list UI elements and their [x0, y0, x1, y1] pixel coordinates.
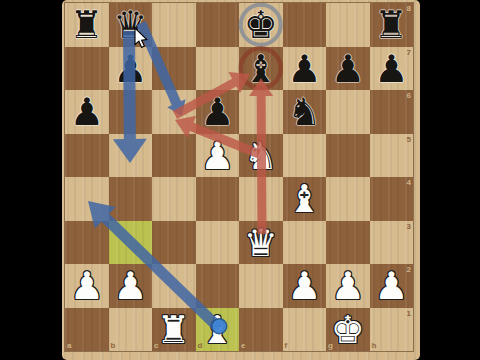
square-c2[interactable]: [152, 264, 196, 308]
piece-black-bishop-e7[interactable]: ♝: [239, 47, 283, 91]
square-h5[interactable]: 5: [370, 134, 414, 178]
square-c6[interactable]: [152, 90, 196, 134]
piece-white-king-g1[interactable]: ♚: [326, 308, 370, 352]
square-f8[interactable]: [283, 3, 327, 47]
file-label-b: b: [111, 342, 116, 350]
piece-white-pawn-d5[interactable]: ♟: [196, 134, 240, 178]
square-e2[interactable]: [239, 264, 283, 308]
square-c7[interactable]: [152, 47, 196, 91]
square-b6[interactable]: [109, 90, 153, 134]
file-label-a: a: [67, 342, 71, 350]
video-frame: 8765432abcdefg1h ♜♛♚♜♟♝♟♟♟♟♟♞♟♞♝♛♟♟♟♟♟♜♝…: [0, 0, 480, 360]
piece-white-pawn-f2[interactable]: ♟: [283, 264, 327, 308]
square-h4[interactable]: 4: [370, 177, 414, 221]
piece-black-king-e8[interactable]: ♚: [239, 3, 283, 47]
square-f5[interactable]: [283, 134, 327, 178]
piece-black-queen-b8[interactable]: ♛: [109, 3, 153, 47]
square-b1[interactable]: b: [109, 308, 153, 352]
piece-white-pawn-a2[interactable]: ♟: [65, 264, 109, 308]
piece-black-pawn-d6[interactable]: ♟: [196, 90, 240, 134]
piece-black-pawn-f7[interactable]: ♟: [283, 47, 327, 91]
file-label-f: f: [285, 342, 288, 350]
square-d2[interactable]: [196, 264, 240, 308]
square-g3[interactable]: [326, 221, 370, 265]
square-a5[interactable]: [65, 134, 109, 178]
square-g4[interactable]: [326, 177, 370, 221]
piece-white-queen-e3[interactable]: ♛: [239, 221, 283, 265]
square-c8[interactable]: [152, 3, 196, 47]
square-d8[interactable]: [196, 3, 240, 47]
piece-black-knight-f6[interactable]: ♞: [283, 90, 327, 134]
square-b4[interactable]: [109, 177, 153, 221]
square-a7[interactable]: [65, 47, 109, 91]
square-g6[interactable]: [326, 90, 370, 134]
square-h1[interactable]: 1h: [370, 308, 414, 352]
piece-white-knight-e5[interactable]: ♞: [239, 134, 283, 178]
square-a1[interactable]: a: [65, 308, 109, 352]
square-e6[interactable]: [239, 90, 283, 134]
piece-black-pawn-b7[interactable]: ♟: [109, 47, 153, 91]
piece-black-rook-a8[interactable]: ♜: [65, 3, 109, 47]
square-c5[interactable]: [152, 134, 196, 178]
square-a3[interactable]: [65, 221, 109, 265]
file-label-e: e: [241, 342, 245, 350]
piece-black-pawn-g7[interactable]: ♟: [326, 47, 370, 91]
piece-black-rook-h8[interactable]: ♜: [370, 3, 414, 47]
square-d3[interactable]: [196, 221, 240, 265]
square-e4[interactable]: [239, 177, 283, 221]
chess-board: 8765432abcdefg1h ♜♛♚♜♟♝♟♟♟♟♟♞♟♞♝♛♟♟♟♟♟♜♝…: [62, 0, 420, 360]
left-letterbox: [0, 0, 62, 360]
piece-white-bishop-f4[interactable]: ♝: [283, 177, 327, 221]
square-d7[interactable]: [196, 47, 240, 91]
square-h3[interactable]: 3: [370, 221, 414, 265]
piece-black-pawn-h7[interactable]: ♟: [370, 47, 414, 91]
right-letterbox: [420, 0, 480, 360]
square-f3[interactable]: [283, 221, 327, 265]
rank-label-4: 4: [407, 179, 411, 187]
square-c3[interactable]: [152, 221, 196, 265]
rank-label-6: 6: [407, 92, 411, 100]
square-b5[interactable]: [109, 134, 153, 178]
square-h6[interactable]: 6: [370, 90, 414, 134]
rank-label-3: 3: [407, 223, 411, 231]
piece-white-pawn-g2[interactable]: ♟: [326, 264, 370, 308]
square-g8[interactable]: [326, 3, 370, 47]
square-d4[interactable]: [196, 177, 240, 221]
square-g5[interactable]: [326, 134, 370, 178]
piece-white-rook-c1[interactable]: ♜: [152, 308, 196, 352]
square-a4[interactable]: [65, 177, 109, 221]
piece-white-pawn-b2[interactable]: ♟: [109, 264, 153, 308]
piece-black-pawn-a6[interactable]: ♟: [65, 90, 109, 134]
piece-white-bishop-d1[interactable]: ♝: [196, 308, 240, 352]
square-b3[interactable]: [109, 221, 153, 265]
square-c4[interactable]: [152, 177, 196, 221]
square-f1[interactable]: f: [283, 308, 327, 352]
piece-white-pawn-h2[interactable]: ♟: [370, 264, 414, 308]
square-e1[interactable]: e: [239, 308, 283, 352]
rank-label-5: 5: [407, 136, 411, 144]
file-label-h: h: [372, 342, 377, 350]
rank-label-1: 1: [407, 310, 411, 318]
